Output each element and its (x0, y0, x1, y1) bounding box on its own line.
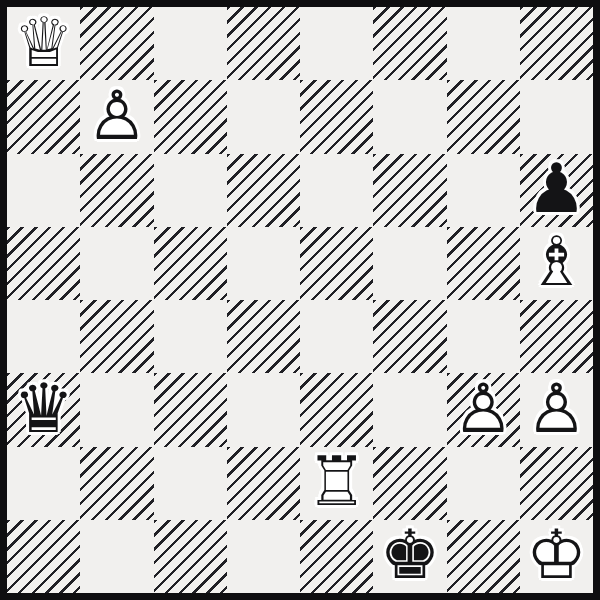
piece-black-queen-a3: ♛♛ (7, 373, 80, 446)
square-d8 (227, 7, 300, 80)
square-e6 (300, 154, 373, 227)
square-g3: ♟♙ (447, 373, 520, 446)
square-d4 (227, 300, 300, 373)
square-e1 (300, 520, 373, 593)
square-b3 (80, 373, 153, 446)
black-pawn-glyph: ♟ (526, 155, 587, 223)
square-e4 (300, 300, 373, 373)
square-e3 (300, 373, 373, 446)
square-b6 (80, 154, 153, 227)
square-c4 (154, 300, 227, 373)
square-e7 (300, 80, 373, 153)
square-b8 (80, 7, 153, 80)
square-g6 (447, 154, 520, 227)
square-a6 (7, 154, 80, 227)
square-a5 (7, 227, 80, 300)
square-b2 (80, 447, 153, 520)
square-a4 (7, 300, 80, 373)
white-bishop-glyph: ♗ (526, 228, 587, 296)
square-a8: ♛♕ (7, 7, 80, 80)
piece-white-pawn-b7: ♟♙ (80, 80, 153, 153)
board-frame: ♛♕♟♙♟♟♝♗♛♛♟♙♟♙♜♖♚♚♚♔ (0, 0, 600, 600)
square-a2 (7, 447, 80, 520)
square-d6 (227, 154, 300, 227)
black-king-glyph: ♚ (379, 521, 440, 589)
square-c8 (154, 7, 227, 80)
square-g5 (447, 227, 520, 300)
piece-white-queen-a8: ♛♕ (7, 7, 80, 80)
square-g4 (447, 300, 520, 373)
white-pawn-glyph: ♙ (86, 82, 147, 150)
square-b7: ♟♙ (80, 80, 153, 153)
square-g8 (447, 7, 520, 80)
square-c5 (154, 227, 227, 300)
piece-white-king-h1: ♚♔ (520, 520, 593, 593)
square-h8 (520, 7, 593, 80)
square-f5 (373, 227, 446, 300)
square-d1 (227, 520, 300, 593)
square-h7 (520, 80, 593, 153)
square-f4 (373, 300, 446, 373)
square-b5 (80, 227, 153, 300)
square-c2 (154, 447, 227, 520)
white-queen-glyph: ♕ (13, 8, 74, 76)
white-pawn-glyph: ♙ (526, 375, 587, 443)
square-a7 (7, 80, 80, 153)
square-d2 (227, 447, 300, 520)
square-d5 (227, 227, 300, 300)
white-rook-glyph: ♖ (306, 448, 367, 516)
square-f2 (373, 447, 446, 520)
square-g7 (447, 80, 520, 153)
square-h3: ♟♙ (520, 373, 593, 446)
square-h5: ♝♗ (520, 227, 593, 300)
piece-black-king-f1: ♚♚ (373, 520, 446, 593)
square-f7 (373, 80, 446, 153)
piece-white-pawn-g3: ♟♙ (447, 373, 520, 446)
square-g1 (447, 520, 520, 593)
piece-white-rook-e2: ♜♖ (300, 447, 373, 520)
square-f8 (373, 7, 446, 80)
black-queen-glyph: ♛ (13, 375, 74, 443)
white-pawn-glyph: ♙ (453, 375, 514, 443)
square-d7 (227, 80, 300, 153)
white-king-glyph: ♔ (526, 521, 587, 589)
square-d3 (227, 373, 300, 446)
square-b4 (80, 300, 153, 373)
square-f1: ♚♚ (373, 520, 446, 593)
square-h1: ♚♔ (520, 520, 593, 593)
square-c1 (154, 520, 227, 593)
piece-white-pawn-h3: ♟♙ (520, 373, 593, 446)
square-h4 (520, 300, 593, 373)
square-c3 (154, 373, 227, 446)
chess-board: ♛♕♟♙♟♟♝♗♛♛♟♙♟♙♜♖♚♚♚♔ (7, 7, 593, 593)
square-e2: ♜♖ (300, 447, 373, 520)
square-f3 (373, 373, 446, 446)
square-c7 (154, 80, 227, 153)
square-e5 (300, 227, 373, 300)
square-g2 (447, 447, 520, 520)
piece-black-pawn-h6: ♟♟ (520, 154, 593, 227)
square-f6 (373, 154, 446, 227)
square-b1 (80, 520, 153, 593)
square-c6 (154, 154, 227, 227)
piece-white-bishop-h5: ♝♗ (520, 227, 593, 300)
square-h2 (520, 447, 593, 520)
square-e8 (300, 7, 373, 80)
square-h6: ♟♟ (520, 154, 593, 227)
square-a1 (7, 520, 80, 593)
square-a3: ♛♛ (7, 373, 80, 446)
